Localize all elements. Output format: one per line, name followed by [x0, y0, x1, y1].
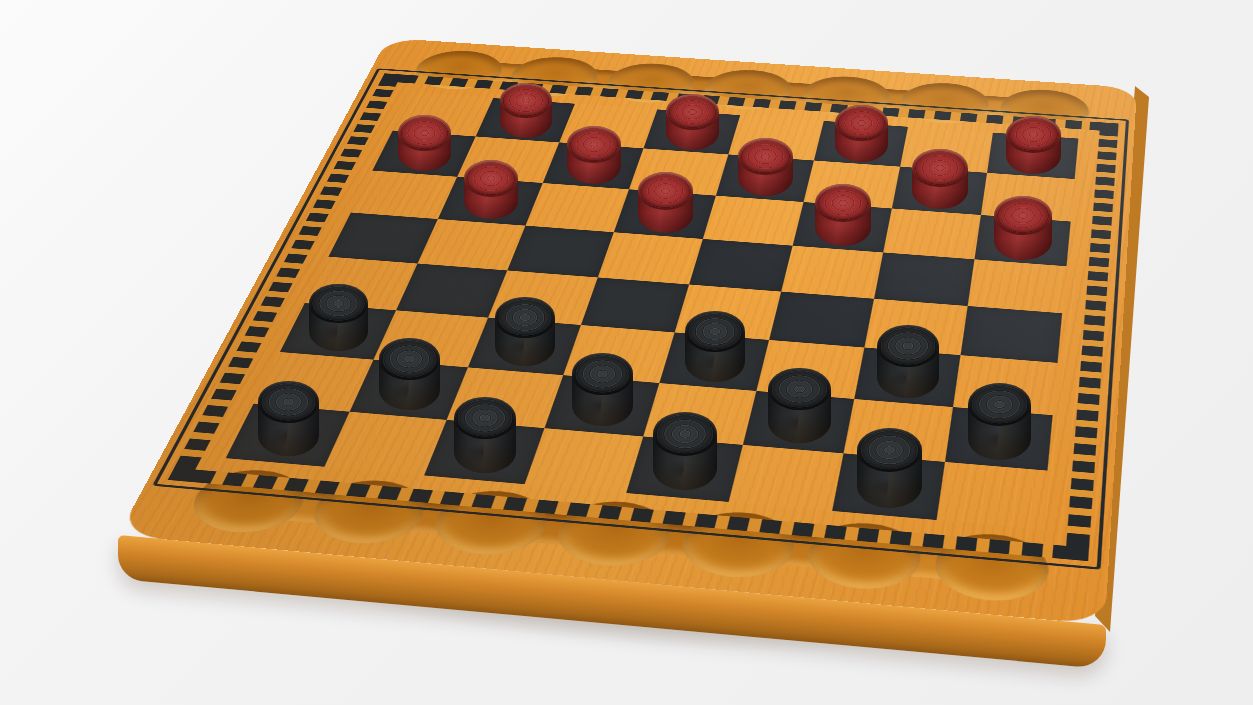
black-piece[interactable] [653, 412, 717, 490]
square-r3c5[interactable] [703, 196, 804, 246]
piece-top [877, 325, 939, 367]
piece-top [666, 94, 719, 130]
piece-top [653, 412, 717, 455]
black-piece[interactable] [857, 428, 922, 508]
piece-top [398, 115, 451, 151]
black-piece[interactable] [258, 381, 320, 455]
red-piece[interactable] [835, 105, 889, 162]
square-r4c5[interactable] [689, 239, 793, 292]
red-piece[interactable] [738, 138, 793, 197]
checkers-board [118, 38, 1137, 625]
red-piece[interactable] [500, 83, 552, 138]
square-r5c4[interactable] [581, 277, 689, 332]
square-r4c8[interactable] [968, 259, 1067, 313]
piece-top [768, 368, 831, 411]
piece-top [968, 383, 1032, 426]
piece-top [912, 149, 968, 187]
red-piece[interactable] [398, 115, 451, 171]
black-piece[interactable] [685, 311, 745, 382]
black-piece[interactable] [877, 325, 939, 397]
piece-top [685, 311, 745, 352]
piece-top [258, 381, 320, 423]
piece-top [464, 160, 519, 197]
black-piece[interactable] [572, 353, 634, 426]
square-r5c8[interactable] [961, 306, 1063, 363]
piece-top [1006, 116, 1061, 153]
red-piece[interactable] [815, 184, 871, 246]
scene [0, 0, 1253, 705]
piece-top [500, 83, 552, 118]
square-r8c4[interactable] [525, 428, 644, 493]
red-piece[interactable] [994, 196, 1051, 260]
red-piece[interactable] [912, 149, 968, 209]
red-piece[interactable] [464, 160, 519, 219]
red-piece[interactable] [638, 172, 694, 233]
square-r4c3[interactable] [507, 226, 614, 278]
piece-top [815, 184, 871, 222]
square-r8c6[interactable] [729, 445, 844, 511]
square-r4c7[interactable] [874, 252, 974, 306]
black-piece[interactable] [454, 397, 517, 473]
piece-top [309, 284, 367, 324]
piece-top [994, 196, 1051, 235]
square-r4c6[interactable] [781, 246, 883, 299]
piece-top [567, 126, 621, 163]
red-piece[interactable] [1006, 116, 1061, 174]
square-r8c8[interactable] [937, 462, 1048, 529]
piece-top [738, 138, 793, 175]
square-r3c7[interactable] [883, 208, 981, 259]
piece-top [572, 353, 634, 395]
red-piece[interactable] [666, 94, 719, 150]
black-piece[interactable] [495, 297, 554, 366]
square-r5c6[interactable] [769, 292, 874, 348]
red-piece[interactable] [567, 126, 621, 184]
square-r3c3[interactable] [525, 183, 629, 232]
piece-top [857, 428, 922, 472]
black-piece[interactable] [379, 338, 440, 409]
piece-top [379, 338, 440, 379]
black-piece[interactable] [768, 368, 831, 443]
black-piece[interactable] [309, 284, 367, 351]
black-piece[interactable] [968, 383, 1032, 460]
piece-top [638, 172, 694, 210]
square-r4c4[interactable] [598, 232, 703, 284]
piece-top [495, 297, 554, 337]
